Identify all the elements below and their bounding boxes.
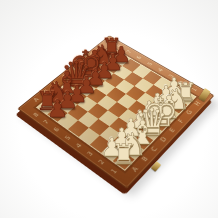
chess-board: ABCDEFGH ABCDEFGH 87654321 87654321 xyxy=(17,35,214,189)
chess-set-photo: ABCDEFGH ABCDEFGH 87654321 87654321 ♜♞♝♛… xyxy=(0,0,218,218)
board-grid xyxy=(36,46,197,170)
